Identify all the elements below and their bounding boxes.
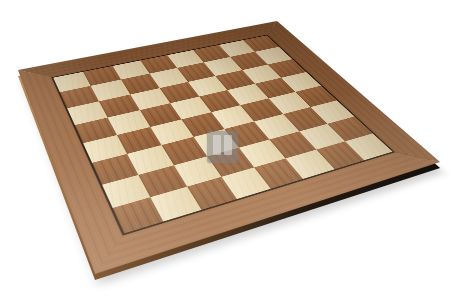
- photo-canvas: [0, 0, 455, 300]
- stock-photo-watermark: [207, 131, 238, 163]
- watermark-glyph-bar: [224, 135, 232, 155]
- watermark-glyph-bar: [213, 135, 221, 155]
